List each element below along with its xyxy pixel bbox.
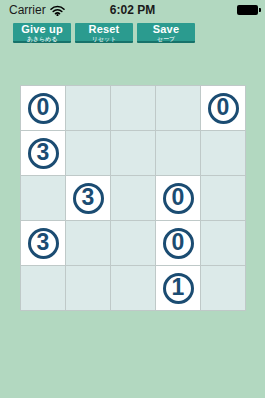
cell-r0-c1[interactable] [66, 86, 110, 130]
status-right [237, 5, 258, 15]
cell-r2-c1[interactable]: 3 [66, 176, 110, 220]
cell-r4-c4[interactable] [201, 266, 245, 310]
toolbar: Give up あきらめる Reset リセット Save セーブ [13, 23, 195, 43]
cell-r1-c0[interactable]: 3 [21, 131, 65, 175]
cell-r2-c3[interactable]: 0 [156, 176, 200, 220]
cell-r1-c2[interactable] [111, 131, 155, 175]
give-up-sublabel: あきらめる [27, 36, 58, 42]
cell-r4-c2[interactable] [111, 266, 155, 310]
battery-icon [237, 5, 258, 15]
cell-r3-c4[interactable] [201, 221, 245, 265]
save-button[interactable]: Save セーブ [137, 23, 195, 43]
give-up-label: Give up [21, 24, 63, 35]
clue-circle: 0 [208, 93, 239, 124]
cell-r0-c4[interactable]: 0 [201, 86, 245, 130]
clue-circle: 0 [28, 93, 59, 124]
clue-circle: 0 [163, 183, 194, 214]
clue-circle: 1 [163, 273, 194, 304]
cell-r0-c3[interactable] [156, 86, 200, 130]
cell-r0-c0[interactable]: 0 [21, 86, 65, 130]
cell-r4-c3[interactable]: 1 [156, 266, 200, 310]
cell-r3-c0[interactable]: 3 [21, 221, 65, 265]
clue-circle: 3 [28, 138, 59, 169]
app-screen: Carrier 6:02 PM Give up あきらめる Reset リセット… [0, 0, 265, 398]
cell-r2-c4[interactable] [201, 176, 245, 220]
cell-r3-c2[interactable] [111, 221, 155, 265]
give-up-button[interactable]: Give up あきらめる [13, 23, 71, 43]
cell-r1-c1[interactable] [66, 131, 110, 175]
cell-r1-c3[interactable] [156, 131, 200, 175]
status-bar: Carrier 6:02 PM [0, 0, 265, 20]
cell-r4-c0[interactable] [21, 266, 65, 310]
save-label: Save [153, 24, 180, 35]
save-sublabel: セーブ [157, 36, 175, 42]
cell-r1-c4[interactable] [201, 131, 245, 175]
cell-r2-c2[interactable] [111, 176, 155, 220]
clue-circle: 0 [163, 228, 194, 259]
clue-circle: 3 [28, 228, 59, 259]
status-time: 6:02 PM [0, 3, 265, 17]
cell-r3-c1[interactable] [66, 221, 110, 265]
cell-r2-c0[interactable] [21, 176, 65, 220]
clue-circle: 3 [73, 183, 104, 214]
reset-label: Reset [89, 24, 120, 35]
cell-r0-c2[interactable] [111, 86, 155, 130]
puzzle-board[interactable]: 00330301 [20, 85, 246, 311]
cell-r4-c1[interactable] [66, 266, 110, 310]
reset-button[interactable]: Reset リセット [75, 23, 133, 43]
reset-sublabel: リセット [92, 36, 117, 42]
cell-r3-c3[interactable]: 0 [156, 221, 200, 265]
